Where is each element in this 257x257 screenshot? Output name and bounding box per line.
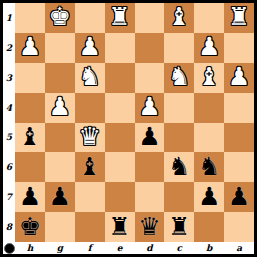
square-d8[interactable]: ♛ <box>135 212 165 242</box>
square-a7[interactable]: ♟ <box>224 182 254 212</box>
square-d3[interactable] <box>135 63 165 93</box>
square-f6[interactable]: ♝ <box>75 152 105 182</box>
square-c6[interactable]: ♞ <box>164 152 194 182</box>
black-knight[interactable]: ♞ <box>168 154 190 179</box>
white-bishop[interactable]: ♝ <box>198 64 220 89</box>
square-c7[interactable] <box>164 182 194 212</box>
black-pawn[interactable]: ♟ <box>19 184 41 209</box>
square-b5[interactable] <box>194 123 224 153</box>
square-g5[interactable] <box>45 123 75 153</box>
white-pawn[interactable]: ♟ <box>138 94 160 119</box>
file-label-d: d <box>135 242 165 254</box>
square-e4[interactable] <box>105 93 135 123</box>
black-bishop[interactable]: ♝ <box>78 154 100 179</box>
square-d2[interactable] <box>135 33 165 63</box>
square-c4[interactable] <box>164 93 194 123</box>
white-pawn[interactable]: ♟ <box>49 94 71 119</box>
white-bishop[interactable]: ♝ <box>168 4 190 29</box>
square-h7[interactable]: ♟ <box>15 182 45 212</box>
square-f5[interactable]: ♛ <box>75 123 105 153</box>
black-rook[interactable]: ♜ <box>168 214 190 239</box>
square-g3[interactable] <box>45 63 75 93</box>
file-label-e: e <box>105 242 135 254</box>
black-bishop[interactable]: ♝ <box>19 124 41 149</box>
square-e6[interactable] <box>105 152 135 182</box>
square-g6[interactable] <box>45 152 75 182</box>
square-h2[interactable]: ♟ <box>15 33 45 63</box>
square-g7[interactable]: ♟ <box>45 182 75 212</box>
white-queen[interactable]: ♛ <box>78 124 100 149</box>
square-b7[interactable]: ♟ <box>194 182 224 212</box>
file-label-f: f <box>75 242 105 254</box>
square-g4[interactable]: ♟ <box>45 93 75 123</box>
square-b3[interactable]: ♝ <box>194 63 224 93</box>
square-b8[interactable] <box>194 212 224 242</box>
file-label-g: g <box>45 242 75 254</box>
white-knight[interactable]: ♞ <box>78 64 100 89</box>
square-f8[interactable] <box>75 212 105 242</box>
square-e1[interactable]: ♜ <box>105 3 135 33</box>
rank-label-4: 4 <box>3 93 15 123</box>
square-c5[interactable] <box>164 123 194 153</box>
black-queen[interactable]: ♛ <box>138 214 160 239</box>
file-label-a: a <box>224 242 254 254</box>
square-c1[interactable]: ♝ <box>164 3 194 33</box>
square-h8[interactable]: ♚ <box>15 212 45 242</box>
square-h4[interactable] <box>15 93 45 123</box>
square-a1[interactable]: ♜ <box>224 3 254 33</box>
square-a8[interactable] <box>224 212 254 242</box>
white-rook[interactable]: ♜ <box>108 4 130 29</box>
white-pawn[interactable]: ♟ <box>198 34 220 59</box>
rank-label-6: 6 <box>3 152 15 182</box>
white-rook[interactable]: ♜ <box>228 4 250 29</box>
square-e8[interactable]: ♜ <box>105 212 135 242</box>
file-label-b: b <box>194 242 224 254</box>
square-f7[interactable] <box>75 182 105 212</box>
square-e2[interactable] <box>105 33 135 63</box>
file-label-h: h <box>15 242 45 254</box>
square-b2[interactable]: ♟ <box>194 33 224 63</box>
black-pawn[interactable]: ♟ <box>198 184 220 209</box>
rank-label-1: 1 <box>3 3 15 33</box>
square-h1[interactable] <box>15 3 45 33</box>
square-d6[interactable] <box>135 152 165 182</box>
black-pawn[interactable]: ♟ <box>228 184 250 209</box>
square-d5[interactable]: ♟ <box>135 123 165 153</box>
square-b4[interactable] <box>194 93 224 123</box>
white-pawn[interactable]: ♟ <box>19 34 41 59</box>
chess-board: ♚♜♝♜♟♟♟♞♞♝♟♟♟♝♛♟♝♞♞♟♟♟♟♚♜♛♜ <box>15 3 254 242</box>
square-f4[interactable] <box>75 93 105 123</box>
square-b1[interactable] <box>194 3 224 33</box>
square-g8[interactable] <box>45 212 75 242</box>
rank-label-2: 2 <box>3 33 15 63</box>
white-knight[interactable]: ♞ <box>168 64 190 89</box>
square-a5[interactable] <box>224 123 254 153</box>
white-pawn[interactable]: ♟ <box>78 34 100 59</box>
black-pawn[interactable]: ♟ <box>138 124 160 149</box>
rank-label-8: 8 <box>3 212 15 242</box>
rank-labels: 12345678 <box>3 3 15 254</box>
black-knight[interactable]: ♞ <box>198 154 220 179</box>
black-to-move-indicator <box>4 243 15 254</box>
square-b6[interactable]: ♞ <box>194 152 224 182</box>
square-c3[interactable]: ♞ <box>164 63 194 93</box>
square-h3[interactable] <box>15 63 45 93</box>
square-h6[interactable] <box>15 152 45 182</box>
white-king[interactable]: ♚ <box>49 4 71 29</box>
square-d7[interactable] <box>135 182 165 212</box>
black-rook[interactable]: ♜ <box>108 214 130 239</box>
black-king[interactable]: ♚ <box>19 214 41 239</box>
black-pawn[interactable]: ♟ <box>49 184 71 209</box>
label-corner <box>3 242 15 254</box>
square-f2[interactable]: ♟ <box>75 33 105 63</box>
rank-label-3: 3 <box>3 63 15 93</box>
file-labels: hgfedcba <box>3 242 254 254</box>
square-f3[interactable]: ♞ <box>75 63 105 93</box>
square-c2[interactable] <box>164 33 194 63</box>
square-a3[interactable]: ♟ <box>224 63 254 93</box>
white-pawn[interactable]: ♟ <box>228 64 250 89</box>
file-label-c: c <box>164 242 194 254</box>
square-a4[interactable] <box>224 93 254 123</box>
square-c8[interactable]: ♜ <box>164 212 194 242</box>
square-a2[interactable] <box>224 33 254 63</box>
square-g2[interactable] <box>45 33 75 63</box>
square-h5[interactable]: ♝ <box>15 123 45 153</box>
rank-label-7: 7 <box>3 182 15 212</box>
square-f1[interactable] <box>75 3 105 33</box>
square-e5[interactable] <box>105 123 135 153</box>
square-e3[interactable] <box>105 63 135 93</box>
rank-label-5: 5 <box>3 123 15 153</box>
square-g1[interactable]: ♚ <box>45 3 75 33</box>
chess-board-frame: 12345678 ♚♜♝♜♟♟♟♞♞♝♟♟♟♝♛♟♝♞♞♟♟♟♟♚♜♛♜ hgf… <box>0 0 257 257</box>
square-a6[interactable] <box>224 152 254 182</box>
square-d1[interactable] <box>135 3 165 33</box>
square-e7[interactable] <box>105 182 135 212</box>
square-d4[interactable]: ♟ <box>135 93 165 123</box>
